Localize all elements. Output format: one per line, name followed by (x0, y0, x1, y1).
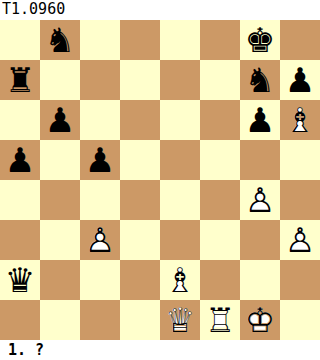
square-g5[interactable] (240, 140, 280, 180)
square-f5[interactable] (200, 140, 240, 180)
square-h1[interactable] (280, 300, 320, 340)
square-b3[interactable] (40, 220, 80, 260)
piece-black-pawn: ♟ (240, 100, 280, 140)
piece-white-pawn: ♟♙ (280, 220, 320, 260)
square-b4[interactable] (40, 180, 80, 220)
chess-board: ♞♚♜♞♟♟♟♝♗♟♟♟♙♟♙♟♙♛♝♗♛♕♜♖♚♔ (0, 20, 320, 340)
piece-black-pawn: ♟ (280, 60, 320, 100)
piece-white-pawn: ♟♙ (80, 220, 120, 260)
square-c4[interactable] (80, 180, 120, 220)
piece-black-king: ♚ (240, 20, 280, 60)
square-c6[interactable] (80, 100, 120, 140)
square-h5[interactable] (280, 140, 320, 180)
square-c3[interactable]: ♟♙ (80, 220, 120, 260)
square-a7[interactable]: ♜ (0, 60, 40, 100)
square-d2[interactable] (120, 260, 160, 300)
move-prompt: 1. ? (0, 340, 320, 360)
square-h3[interactable]: ♟♙ (280, 220, 320, 260)
piece-black-rook: ♜ (0, 60, 40, 100)
square-a6[interactable] (0, 100, 40, 140)
piece-black-queen: ♛ (0, 260, 40, 300)
square-b8[interactable]: ♞ (40, 20, 80, 60)
square-e8[interactable] (160, 20, 200, 60)
square-d4[interactable] (120, 180, 160, 220)
square-d3[interactable] (120, 220, 160, 260)
square-h6[interactable]: ♝♗ (280, 100, 320, 140)
square-e2[interactable]: ♝♗ (160, 260, 200, 300)
square-c7[interactable] (80, 60, 120, 100)
square-f6[interactable] (200, 100, 240, 140)
square-e4[interactable] (160, 180, 200, 220)
square-d7[interactable] (120, 60, 160, 100)
square-a5[interactable]: ♟ (0, 140, 40, 180)
square-b7[interactable] (40, 60, 80, 100)
square-c1[interactable] (80, 300, 120, 340)
square-f8[interactable] (200, 20, 240, 60)
piece-white-king: ♚♔ (240, 300, 280, 340)
square-e6[interactable] (160, 100, 200, 140)
piece-black-knight: ♞ (40, 20, 80, 60)
square-e5[interactable] (160, 140, 200, 180)
square-b6[interactable]: ♟ (40, 100, 80, 140)
square-h4[interactable] (280, 180, 320, 220)
square-a3[interactable] (0, 220, 40, 260)
square-c8[interactable] (80, 20, 120, 60)
square-f7[interactable] (200, 60, 240, 100)
square-f1[interactable]: ♜♖ (200, 300, 240, 340)
square-d8[interactable] (120, 20, 160, 60)
piece-white-bishop: ♝♗ (280, 100, 320, 140)
square-g4[interactable]: ♟♙ (240, 180, 280, 220)
square-g6[interactable]: ♟ (240, 100, 280, 140)
square-g3[interactable] (240, 220, 280, 260)
square-f4[interactable] (200, 180, 240, 220)
square-g2[interactable] (240, 260, 280, 300)
square-h8[interactable] (280, 20, 320, 60)
square-f2[interactable] (200, 260, 240, 300)
square-g7[interactable]: ♞ (240, 60, 280, 100)
square-a8[interactable] (0, 20, 40, 60)
square-d1[interactable] (120, 300, 160, 340)
piece-white-rook: ♜♖ (200, 300, 240, 340)
square-g1[interactable]: ♚♔ (240, 300, 280, 340)
square-a2[interactable]: ♛ (0, 260, 40, 300)
square-d6[interactable] (120, 100, 160, 140)
piece-black-knight: ♞ (240, 60, 280, 100)
square-d5[interactable] (120, 140, 160, 180)
square-c5[interactable]: ♟ (80, 140, 120, 180)
square-e3[interactable] (160, 220, 200, 260)
square-b1[interactable] (40, 300, 80, 340)
puzzle-id-label: T1.0960 (0, 0, 320, 20)
square-b5[interactable] (40, 140, 80, 180)
square-g8[interactable]: ♚ (240, 20, 280, 60)
square-f3[interactable] (200, 220, 240, 260)
piece-white-pawn: ♟♙ (240, 180, 280, 220)
piece-white-queen: ♛♕ (160, 300, 200, 340)
square-h7[interactable]: ♟ (280, 60, 320, 100)
square-a4[interactable] (0, 180, 40, 220)
piece-black-pawn: ♟ (80, 140, 120, 180)
piece-black-pawn: ♟ (0, 140, 40, 180)
square-c2[interactable] (80, 260, 120, 300)
square-e7[interactable] (160, 60, 200, 100)
square-h2[interactable] (280, 260, 320, 300)
square-a1[interactable] (0, 300, 40, 340)
piece-white-bishop: ♝♗ (160, 260, 200, 300)
square-e1[interactable]: ♛♕ (160, 300, 200, 340)
square-b2[interactable] (40, 260, 80, 300)
piece-black-pawn: ♟ (40, 100, 80, 140)
